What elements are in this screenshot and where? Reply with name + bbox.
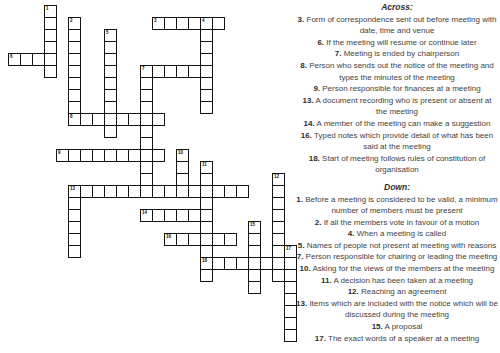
cell-number: 13 (70, 186, 75, 191)
across-clue: 8. Person who sends out the notice of th… (296, 60, 498, 83)
grid-cell[interactable] (248, 281, 261, 294)
cell-number: 14 (142, 210, 147, 215)
grid-cell[interactable] (152, 149, 165, 162)
grid-cell[interactable] (68, 245, 81, 258)
clue-text: Start of meeting follows rules of consti… (320, 154, 485, 175)
cell-number: 15 (250, 222, 255, 227)
clue-text: Asking for the views of the members at t… (311, 264, 495, 273)
clue-text: Names of people not present at meeting w… (305, 241, 497, 250)
clue-number: 13. (296, 299, 307, 308)
down-clue: 2. If all the members vote in favour of … (296, 217, 498, 229)
clue-number: 12. (348, 287, 359, 296)
clue-text: Person responsible for finances at a mee… (320, 84, 481, 93)
across-clue: 3. Form of correspondence sent out befor… (296, 14, 498, 37)
down-clues-section: Down: 1. Before a meeting is considered … (296, 182, 498, 344)
down-clue: 17. The exact words of a speaker at a me… (296, 333, 498, 345)
down-clue: 10. Asking for the views of the members … (296, 263, 498, 275)
clue-number: 15. (372, 322, 383, 331)
clue-text: A decision has been taken at a meeting (332, 276, 473, 285)
clue-number: 4. (348, 229, 355, 238)
clue-text: A member of the meeting can make a sugge… (315, 119, 491, 128)
clue-number: 5. (298, 241, 305, 250)
clue-number: 11. (321, 276, 332, 285)
clue-number: 18. (309, 154, 320, 163)
across-clue: 6. If the meeting will resume or continu… (296, 37, 498, 49)
clue-text: If the meeting will resume or continue l… (324, 38, 477, 47)
grid-cell[interactable] (236, 185, 249, 198)
grid-cell[interactable] (212, 17, 225, 30)
crossword-grid: 123456789101112131415161718 (0, 0, 298, 353)
cell-number: 3 (154, 18, 157, 23)
clue-text: Meeting is ended by chairperson (341, 49, 459, 58)
cell-number: 16 (166, 234, 171, 239)
grid-cell[interactable] (152, 113, 165, 126)
clue-text: When a meeting is called (355, 229, 447, 238)
cell-number: 11 (202, 162, 207, 167)
clue-text: Typed notes which provide detail of what… (312, 131, 493, 152)
down-clue: 13. Items which are included with the no… (296, 298, 498, 321)
crossword-worksheet: 123456789101112131415161718 Across: 3. F… (0, 0, 500, 353)
across-clue: 13. A document recording who is present … (296, 95, 498, 118)
down-clue: 12. Reaching an agreement (296, 286, 498, 298)
clue-text: Person responsible for chairing or leadi… (303, 252, 497, 261)
clue-text: A document recording who is present or a… (314, 96, 492, 117)
cell-number: 4 (202, 18, 205, 23)
down-clue: 15. A proposal (296, 321, 498, 333)
clue-number: 10. (300, 264, 311, 273)
clues-panel: Across: 3. Form of correspondence sent o… (296, 2, 498, 344)
clue-text: Before a meeting is considered to be val… (303, 195, 498, 216)
across-clues-section: Across: 3. Form of correspondence sent o… (296, 2, 498, 176)
grid-cell[interactable] (44, 65, 57, 78)
across-clue: 16. Typed notes which provide detail of … (296, 130, 498, 153)
clue-number: 13. (302, 96, 313, 105)
cell-number: 17 (286, 246, 291, 251)
across-clue: 7. Meeting is ended by chairperson (296, 48, 498, 60)
clue-number: 14. (304, 119, 315, 128)
cell-number: 8 (70, 114, 73, 119)
grid-cell[interactable] (200, 101, 213, 114)
down-heading: Down: (296, 182, 498, 194)
clue-text: The exact words of a speaker at a meetin… (326, 334, 479, 343)
cell-number: 5 (106, 30, 109, 35)
across-heading: Across: (296, 2, 498, 14)
cell-number: 6 (10, 54, 13, 59)
clue-number: 1. (296, 195, 303, 204)
cell-number: 7 (142, 66, 145, 71)
down-clue-list: 1. Before a meeting is considered to be … (296, 194, 498, 345)
clue-text: Reaching an agreement (359, 287, 447, 296)
clue-text: Person who sends out the notice of the m… (307, 61, 494, 82)
down-clue: 7. Person responsible for chairing or le… (296, 251, 498, 263)
grid-cell[interactable] (200, 269, 213, 282)
cell-number: 9 (58, 150, 61, 155)
across-clue: 9. Person responsible for finances at a … (296, 83, 498, 95)
clue-number: 8. (300, 61, 307, 70)
clue-number: 17. (315, 334, 326, 343)
across-clue-list: 3. Form of correspondence sent out befor… (296, 14, 498, 176)
cell-number: 12 (274, 174, 279, 179)
clue-text: Form of correspondence sent out before m… (304, 15, 496, 36)
cell-number: 18 (202, 258, 207, 263)
clue-text: If all the members vote in favour of a m… (321, 218, 479, 227)
down-clue: 1. Before a meeting is considered to be … (296, 194, 498, 217)
clue-text: Items which are included with the notice… (307, 299, 498, 320)
clue-number: 16. (301, 131, 312, 140)
cell-number: 10 (178, 150, 183, 155)
across-clue: 18. Start of meeting follows rules of co… (296, 153, 498, 176)
grid-cell[interactable] (104, 125, 117, 138)
cell-number: 1 (46, 6, 49, 11)
across-clue: 14. A member of the meeting can make a s… (296, 118, 498, 130)
cell-number: 2 (70, 18, 73, 23)
down-clue: 4. When a meeting is called (296, 228, 498, 240)
clue-text: A proposal (383, 322, 423, 331)
down-clue: 11. A decision has been taken at a meeti… (296, 275, 498, 287)
grid-cell[interactable] (224, 233, 237, 246)
down-clue: 5. Names of people not present at meetin… (296, 240, 498, 252)
